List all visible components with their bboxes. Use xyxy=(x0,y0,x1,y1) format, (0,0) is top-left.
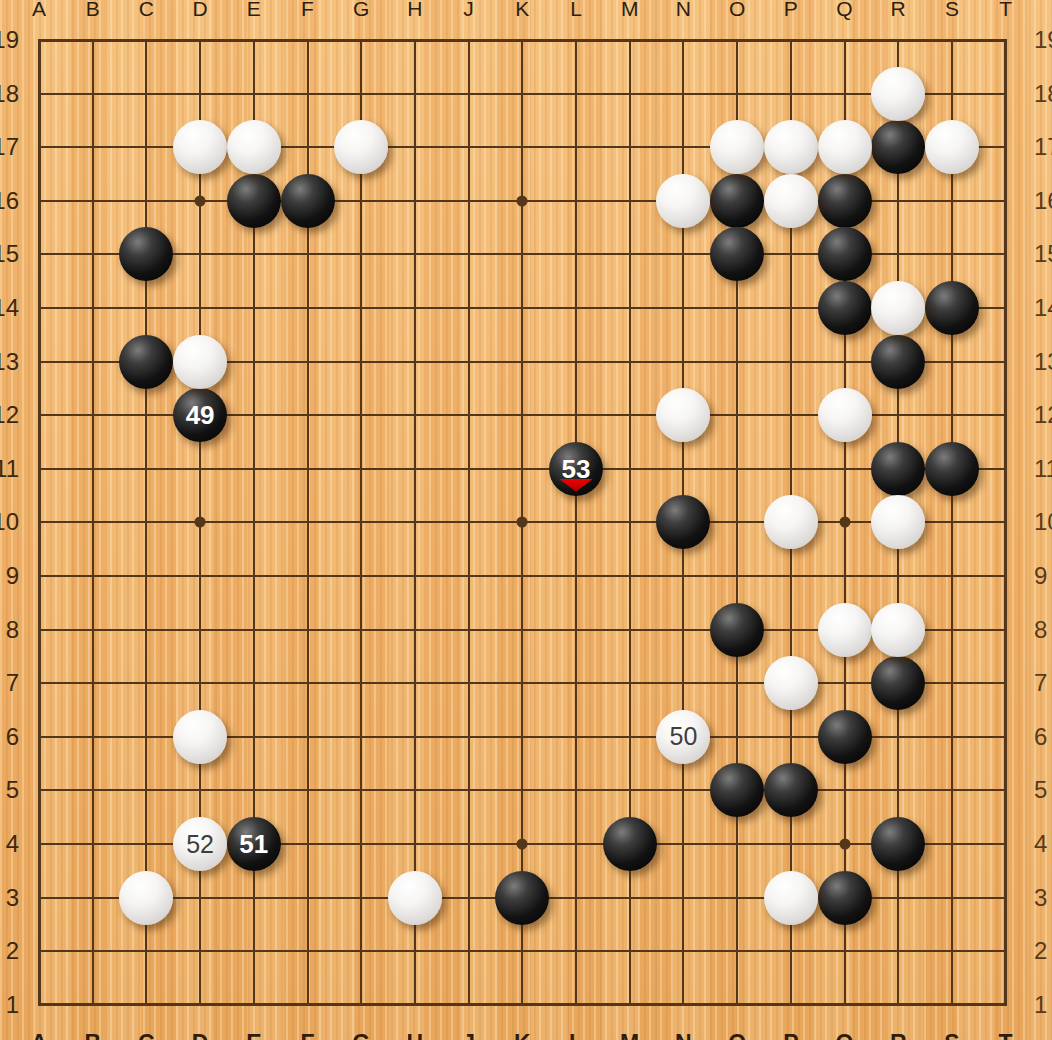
intersection-J4[interactable] xyxy=(442,817,496,871)
intersection-O13[interactable] xyxy=(710,335,764,389)
intersection-B8[interactable] xyxy=(66,603,120,657)
intersection-B13[interactable] xyxy=(66,335,120,389)
intersection-P4[interactable] xyxy=(764,817,818,871)
intersection-P13[interactable] xyxy=(764,335,818,389)
intersection-D8[interactable] xyxy=(173,603,227,657)
intersection-Q2[interactable] xyxy=(817,924,871,978)
intersection-H4[interactable] xyxy=(388,817,442,871)
intersection-M5[interactable] xyxy=(603,764,657,818)
intersection-H11[interactable] xyxy=(388,442,442,496)
intersection-M3[interactable] xyxy=(603,871,657,925)
intersection-O6[interactable] xyxy=(710,710,764,764)
go-board[interactable]: 4953515052 AABBCCDDEEFFGGHHJJKKLLMMNNOOP… xyxy=(0,0,1052,1040)
intersection-A8[interactable] xyxy=(12,603,66,657)
intersection-K14[interactable] xyxy=(495,281,549,335)
intersection-S10[interactable] xyxy=(925,496,979,550)
intersection-F12[interactable] xyxy=(281,388,335,442)
intersection-A11[interactable] xyxy=(12,442,66,496)
intersection-K6[interactable] xyxy=(495,710,549,764)
intersection-M12[interactable] xyxy=(603,388,657,442)
intersection-N7[interactable] xyxy=(656,656,710,710)
intersection-S16[interactable] xyxy=(925,174,979,228)
intersection-J18[interactable] xyxy=(442,67,496,121)
intersection-D7[interactable] xyxy=(173,656,227,710)
intersection-J15[interactable] xyxy=(442,228,496,282)
intersection-N13[interactable] xyxy=(656,335,710,389)
intersection-L3[interactable] xyxy=(549,871,603,925)
intersection-B3[interactable] xyxy=(66,871,120,925)
intersection-P19[interactable] xyxy=(764,13,818,67)
intersection-H18[interactable] xyxy=(388,67,442,121)
intersection-E5[interactable] xyxy=(227,764,281,818)
intersection-A13[interactable] xyxy=(12,335,66,389)
intersection-M14[interactable] xyxy=(603,281,657,335)
intersection-C8[interactable] xyxy=(120,603,174,657)
intersection-J12[interactable] xyxy=(442,388,496,442)
intersection-J5[interactable] xyxy=(442,764,496,818)
intersection-L4[interactable] xyxy=(549,817,603,871)
intersection-A19[interactable] xyxy=(12,13,66,67)
intersection-H9[interactable] xyxy=(388,549,442,603)
intersection-M16[interactable] xyxy=(603,174,657,228)
intersection-O14[interactable] xyxy=(710,281,764,335)
intersection-O11[interactable] xyxy=(710,442,764,496)
intersection-J7[interactable] xyxy=(442,656,496,710)
intersection-O9[interactable] xyxy=(710,549,764,603)
intersection-K16[interactable] xyxy=(495,174,549,228)
intersection-D19[interactable] xyxy=(173,13,227,67)
intersection-N14[interactable] xyxy=(656,281,710,335)
intersection-A2[interactable] xyxy=(12,924,66,978)
intersection-H8[interactable] xyxy=(388,603,442,657)
intersection-A7[interactable] xyxy=(12,656,66,710)
intersection-H15[interactable] xyxy=(388,228,442,282)
intersection-N15[interactable] xyxy=(656,228,710,282)
intersection-S18[interactable] xyxy=(925,67,979,121)
intersection-P14[interactable] xyxy=(764,281,818,335)
intersection-T18[interactable] xyxy=(979,67,1033,121)
intersection-D18[interactable] xyxy=(173,67,227,121)
intersection-Q18[interactable] xyxy=(817,67,871,121)
intersection-S6[interactable] xyxy=(925,710,979,764)
intersection-A3[interactable] xyxy=(12,871,66,925)
intersection-T4[interactable] xyxy=(979,817,1033,871)
intersection-T2[interactable] xyxy=(979,924,1033,978)
intersection-F8[interactable] xyxy=(281,603,335,657)
intersection-K18[interactable] xyxy=(495,67,549,121)
intersection-Q1[interactable] xyxy=(817,978,871,1032)
intersection-B5[interactable] xyxy=(66,764,120,818)
intersection-B6[interactable] xyxy=(66,710,120,764)
intersection-O4[interactable] xyxy=(710,817,764,871)
intersection-R3[interactable] xyxy=(871,871,925,925)
intersection-B7[interactable] xyxy=(66,656,120,710)
intersection-T12[interactable] xyxy=(979,388,1033,442)
intersection-P12[interactable] xyxy=(764,388,818,442)
intersection-Q11[interactable] xyxy=(817,442,871,496)
intersection-K19[interactable] xyxy=(495,13,549,67)
intersection-L16[interactable] xyxy=(549,174,603,228)
intersection-M13[interactable] xyxy=(603,335,657,389)
intersection-R15[interactable] xyxy=(871,228,925,282)
intersection-T11[interactable] xyxy=(979,442,1033,496)
intersection-T16[interactable] xyxy=(979,174,1033,228)
intersection-F10[interactable] xyxy=(281,496,335,550)
intersection-R6[interactable] xyxy=(871,710,925,764)
intersection-L1[interactable] xyxy=(549,978,603,1032)
intersection-C9[interactable] xyxy=(120,549,174,603)
intersection-M1[interactable] xyxy=(603,978,657,1032)
intersection-K11[interactable] xyxy=(495,442,549,496)
intersection-C4[interactable] xyxy=(120,817,174,871)
intersection-J11[interactable] xyxy=(442,442,496,496)
intersection-E13[interactable] xyxy=(227,335,281,389)
intersection-L9[interactable] xyxy=(549,549,603,603)
intersection-F13[interactable] xyxy=(281,335,335,389)
intersection-G2[interactable] xyxy=(334,924,388,978)
intersection-G14[interactable] xyxy=(334,281,388,335)
intersection-L8[interactable] xyxy=(549,603,603,657)
intersection-J1[interactable] xyxy=(442,978,496,1032)
intersection-G8[interactable] xyxy=(334,603,388,657)
intersection-J19[interactable] xyxy=(442,13,496,67)
intersection-B17[interactable] xyxy=(66,120,120,174)
intersection-G4[interactable] xyxy=(334,817,388,871)
intersection-L2[interactable] xyxy=(549,924,603,978)
intersection-T7[interactable] xyxy=(979,656,1033,710)
intersection-T1[interactable] xyxy=(979,978,1033,1032)
intersection-F1[interactable] xyxy=(281,978,335,1032)
intersection-L5[interactable] xyxy=(549,764,603,818)
intersection-G5[interactable] xyxy=(334,764,388,818)
intersection-A12[interactable] xyxy=(12,388,66,442)
intersection-F7[interactable] xyxy=(281,656,335,710)
intersection-K13[interactable] xyxy=(495,335,549,389)
intersection-T6[interactable] xyxy=(979,710,1033,764)
intersection-T15[interactable] xyxy=(979,228,1033,282)
intersection-O10[interactable] xyxy=(710,496,764,550)
intersection-S8[interactable] xyxy=(925,603,979,657)
intersection-B9[interactable] xyxy=(66,549,120,603)
intersection-C5[interactable] xyxy=(120,764,174,818)
intersection-K15[interactable] xyxy=(495,228,549,282)
intersection-T9[interactable] xyxy=(979,549,1033,603)
intersection-F5[interactable] xyxy=(281,764,335,818)
intersection-R12[interactable] xyxy=(871,388,925,442)
intersection-K7[interactable] xyxy=(495,656,549,710)
intersection-G13[interactable] xyxy=(334,335,388,389)
intersection-A16[interactable] xyxy=(12,174,66,228)
intersection-L10[interactable] xyxy=(549,496,603,550)
intersection-O1[interactable] xyxy=(710,978,764,1032)
intersection-E11[interactable] xyxy=(227,442,281,496)
intersection-C17[interactable] xyxy=(120,120,174,174)
intersection-A17[interactable] xyxy=(12,120,66,174)
intersection-M18[interactable] xyxy=(603,67,657,121)
intersection-F17[interactable] xyxy=(281,120,335,174)
intersection-K2[interactable] xyxy=(495,924,549,978)
intersection-S13[interactable] xyxy=(925,335,979,389)
intersection-B15[interactable] xyxy=(66,228,120,282)
intersection-E6[interactable] xyxy=(227,710,281,764)
intersection-B12[interactable] xyxy=(66,388,120,442)
intersection-K4[interactable] xyxy=(495,817,549,871)
intersection-F9[interactable] xyxy=(281,549,335,603)
intersection-L14[interactable] xyxy=(549,281,603,335)
intersection-J10[interactable] xyxy=(442,496,496,550)
intersection-A18[interactable] xyxy=(12,67,66,121)
intersection-O19[interactable] xyxy=(710,13,764,67)
intersection-L19[interactable] xyxy=(549,13,603,67)
intersection-G19[interactable] xyxy=(334,13,388,67)
intersection-E14[interactable] xyxy=(227,281,281,335)
intersection-M11[interactable] xyxy=(603,442,657,496)
intersection-L15[interactable] xyxy=(549,228,603,282)
intersection-G18[interactable] xyxy=(334,67,388,121)
intersection-Q5[interactable] xyxy=(817,764,871,818)
intersection-Q7[interactable] xyxy=(817,656,871,710)
intersection-H13[interactable] xyxy=(388,335,442,389)
intersection-S3[interactable] xyxy=(925,871,979,925)
intersection-A10[interactable] xyxy=(12,496,66,550)
intersection-N4[interactable] xyxy=(656,817,710,871)
intersection-F19[interactable] xyxy=(281,13,335,67)
intersection-R1[interactable] xyxy=(871,978,925,1032)
intersection-Q4[interactable] xyxy=(817,817,871,871)
intersection-N11[interactable] xyxy=(656,442,710,496)
intersection-E2[interactable] xyxy=(227,924,281,978)
intersection-E19[interactable] xyxy=(227,13,281,67)
intersection-G11[interactable] xyxy=(334,442,388,496)
intersection-R19[interactable] xyxy=(871,13,925,67)
intersection-L13[interactable] xyxy=(549,335,603,389)
intersection-G15[interactable] xyxy=(334,228,388,282)
intersection-S9[interactable] xyxy=(925,549,979,603)
intersection-N9[interactable] xyxy=(656,549,710,603)
intersection-P15[interactable] xyxy=(764,228,818,282)
intersection-N17[interactable] xyxy=(656,120,710,174)
intersection-C10[interactable] xyxy=(120,496,174,550)
intersection-B4[interactable] xyxy=(66,817,120,871)
intersection-L12[interactable] xyxy=(549,388,603,442)
intersection-B18[interactable] xyxy=(66,67,120,121)
intersection-F3[interactable] xyxy=(281,871,335,925)
intersection-T13[interactable] xyxy=(979,335,1033,389)
intersection-H10[interactable] xyxy=(388,496,442,550)
intersection-C1[interactable] xyxy=(120,978,174,1032)
intersection-K8[interactable] xyxy=(495,603,549,657)
intersection-C12[interactable] xyxy=(120,388,174,442)
intersection-J3[interactable] xyxy=(442,871,496,925)
intersection-R2[interactable] xyxy=(871,924,925,978)
intersection-M17[interactable] xyxy=(603,120,657,174)
intersection-T17[interactable] xyxy=(979,120,1033,174)
intersection-Q19[interactable] xyxy=(817,13,871,67)
intersection-M8[interactable] xyxy=(603,603,657,657)
intersection-E10[interactable] xyxy=(227,496,281,550)
intersection-P11[interactable] xyxy=(764,442,818,496)
intersection-S12[interactable] xyxy=(925,388,979,442)
intersection-D2[interactable] xyxy=(173,924,227,978)
intersection-L18[interactable] xyxy=(549,67,603,121)
intersection-F4[interactable] xyxy=(281,817,335,871)
intersection-J14[interactable] xyxy=(442,281,496,335)
intersection-H19[interactable] xyxy=(388,13,442,67)
intersection-H2[interactable] xyxy=(388,924,442,978)
intersection-C7[interactable] xyxy=(120,656,174,710)
intersection-C11[interactable] xyxy=(120,442,174,496)
intersection-M19[interactable] xyxy=(603,13,657,67)
intersection-Q13[interactable] xyxy=(817,335,871,389)
intersection-H1[interactable] xyxy=(388,978,442,1032)
intersection-G6[interactable] xyxy=(334,710,388,764)
intersection-M15[interactable] xyxy=(603,228,657,282)
intersection-T14[interactable] xyxy=(979,281,1033,335)
intersection-P9[interactable] xyxy=(764,549,818,603)
intersection-D10[interactable] xyxy=(173,496,227,550)
intersection-N1[interactable] xyxy=(656,978,710,1032)
intersection-K10[interactable] xyxy=(495,496,549,550)
intersection-Q10[interactable] xyxy=(817,496,871,550)
intersection-T3[interactable] xyxy=(979,871,1033,925)
intersection-J8[interactable] xyxy=(442,603,496,657)
intersection-G10[interactable] xyxy=(334,496,388,550)
intersection-R5[interactable] xyxy=(871,764,925,818)
intersection-A6[interactable] xyxy=(12,710,66,764)
intersection-C16[interactable] xyxy=(120,174,174,228)
intersection-N2[interactable] xyxy=(656,924,710,978)
intersection-K5[interactable] xyxy=(495,764,549,818)
intersection-E12[interactable] xyxy=(227,388,281,442)
intersection-H5[interactable] xyxy=(388,764,442,818)
intersection-B10[interactable] xyxy=(66,496,120,550)
intersection-G1[interactable] xyxy=(334,978,388,1032)
intersection-H6[interactable] xyxy=(388,710,442,764)
intersection-O2[interactable] xyxy=(710,924,764,978)
intersection-K12[interactable] xyxy=(495,388,549,442)
intersection-F11[interactable] xyxy=(281,442,335,496)
intersection-L17[interactable] xyxy=(549,120,603,174)
intersection-H12[interactable] xyxy=(388,388,442,442)
intersection-L7[interactable] xyxy=(549,656,603,710)
intersection-E15[interactable] xyxy=(227,228,281,282)
intersection-J9[interactable] xyxy=(442,549,496,603)
intersection-D16[interactable] xyxy=(173,174,227,228)
intersection-K1[interactable] xyxy=(495,978,549,1032)
intersection-G16[interactable] xyxy=(334,174,388,228)
intersection-E18[interactable] xyxy=(227,67,281,121)
intersection-E7[interactable] xyxy=(227,656,281,710)
intersection-T5[interactable] xyxy=(979,764,1033,818)
intersection-F6[interactable] xyxy=(281,710,335,764)
intersection-D14[interactable] xyxy=(173,281,227,335)
intersection-O18[interactable] xyxy=(710,67,764,121)
intersection-C19[interactable] xyxy=(120,13,174,67)
intersection-S1[interactable] xyxy=(925,978,979,1032)
intersection-B14[interactable] xyxy=(66,281,120,335)
intersection-A15[interactable] xyxy=(12,228,66,282)
intersection-E3[interactable] xyxy=(227,871,281,925)
intersection-N19[interactable] xyxy=(656,13,710,67)
intersection-D15[interactable] xyxy=(173,228,227,282)
intersection-C14[interactable] xyxy=(120,281,174,335)
intersection-A14[interactable] xyxy=(12,281,66,335)
intersection-D11[interactable] xyxy=(173,442,227,496)
intersection-G7[interactable] xyxy=(334,656,388,710)
intersection-S2[interactable] xyxy=(925,924,979,978)
intersection-H17[interactable] xyxy=(388,120,442,174)
intersection-O3[interactable] xyxy=(710,871,764,925)
intersection-F18[interactable] xyxy=(281,67,335,121)
intersection-H16[interactable] xyxy=(388,174,442,228)
intersection-R16[interactable] xyxy=(871,174,925,228)
intersection-Q9[interactable] xyxy=(817,549,871,603)
intersection-O12[interactable] xyxy=(710,388,764,442)
intersection-F15[interactable] xyxy=(281,228,335,282)
intersection-P1[interactable] xyxy=(764,978,818,1032)
intersection-F2[interactable] xyxy=(281,924,335,978)
intersection-D1[interactable] xyxy=(173,978,227,1032)
intersection-S19[interactable] xyxy=(925,13,979,67)
intersection-S5[interactable] xyxy=(925,764,979,818)
intersection-P8[interactable] xyxy=(764,603,818,657)
intersection-P6[interactable] xyxy=(764,710,818,764)
intersection-N8[interactable] xyxy=(656,603,710,657)
intersection-B19[interactable] xyxy=(66,13,120,67)
intersection-C6[interactable] xyxy=(120,710,174,764)
intersection-M2[interactable] xyxy=(603,924,657,978)
intersection-K17[interactable] xyxy=(495,120,549,174)
intersection-E1[interactable] xyxy=(227,978,281,1032)
intersection-J6[interactable] xyxy=(442,710,496,764)
intersection-G3[interactable] xyxy=(334,871,388,925)
intersection-G12[interactable] xyxy=(334,388,388,442)
intersection-H14[interactable] xyxy=(388,281,442,335)
intersection-T8[interactable] xyxy=(979,603,1033,657)
intersection-D9[interactable] xyxy=(173,549,227,603)
intersection-M9[interactable] xyxy=(603,549,657,603)
intersection-J2[interactable] xyxy=(442,924,496,978)
intersection-S4[interactable] xyxy=(925,817,979,871)
intersection-T19[interactable] xyxy=(979,13,1033,67)
intersection-G9[interactable] xyxy=(334,549,388,603)
intersection-A4[interactable] xyxy=(12,817,66,871)
intersection-D3[interactable] xyxy=(173,871,227,925)
intersection-H7[interactable] xyxy=(388,656,442,710)
intersection-A1[interactable] xyxy=(12,978,66,1032)
intersection-M10[interactable] xyxy=(603,496,657,550)
intersection-P2[interactable] xyxy=(764,924,818,978)
intersection-B11[interactable] xyxy=(66,442,120,496)
intersection-A9[interactable] xyxy=(12,549,66,603)
intersection-M7[interactable] xyxy=(603,656,657,710)
intersection-N18[interactable] xyxy=(656,67,710,121)
intersection-N5[interactable] xyxy=(656,764,710,818)
intersection-S7[interactable] xyxy=(925,656,979,710)
intersection-C18[interactable] xyxy=(120,67,174,121)
intersection-L6[interactable] xyxy=(549,710,603,764)
intersection-B16[interactable] xyxy=(66,174,120,228)
intersection-K9[interactable] xyxy=(495,549,549,603)
intersection-J17[interactable] xyxy=(442,120,496,174)
intersection-F14[interactable] xyxy=(281,281,335,335)
intersection-M6[interactable] xyxy=(603,710,657,764)
intersection-N3[interactable] xyxy=(656,871,710,925)
intersection-E9[interactable] xyxy=(227,549,281,603)
intersection-S15[interactable] xyxy=(925,228,979,282)
intersection-D5[interactable] xyxy=(173,764,227,818)
intersection-C2[interactable] xyxy=(120,924,174,978)
